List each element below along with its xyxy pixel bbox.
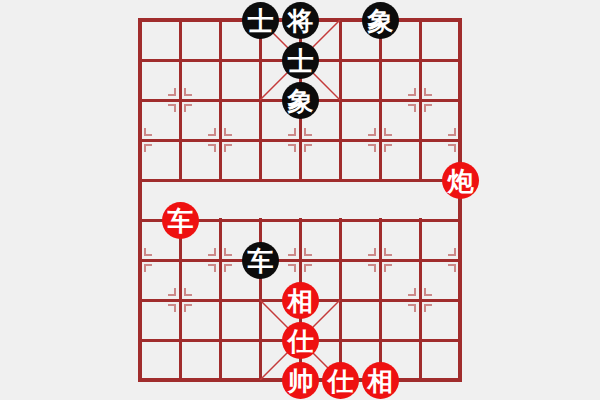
piece-red-advisor[interactable]: 仕 <box>282 322 319 359</box>
piece-red-advisor[interactable]: 仕 <box>322 362 359 399</box>
piece-red-elephant[interactable]: 相 <box>282 282 319 319</box>
piece-black-advisor[interactable]: 士 <box>242 2 279 39</box>
piece-red-elephant[interactable]: 相 <box>362 362 399 399</box>
piece-red-chariot[interactable]: 车 <box>162 202 199 239</box>
piece-red-cannon[interactable]: 炮 <box>442 162 479 199</box>
piece-red-general[interactable]: 帅 <box>282 362 319 399</box>
xiangqi-board[interactable]: 士将象士象炮车车相仕帅仕相 <box>140 20 460 380</box>
piece-black-elephant[interactable]: 象 <box>282 82 319 119</box>
piece-black-chariot[interactable]: 车 <box>242 242 279 279</box>
piece-black-general[interactable]: 将 <box>282 2 319 39</box>
piece-black-advisor[interactable]: 士 <box>282 42 319 79</box>
piece-black-elephant[interactable]: 象 <box>362 2 399 39</box>
board-canvas: 士将象士象炮车车相仕帅仕相 <box>0 0 600 400</box>
